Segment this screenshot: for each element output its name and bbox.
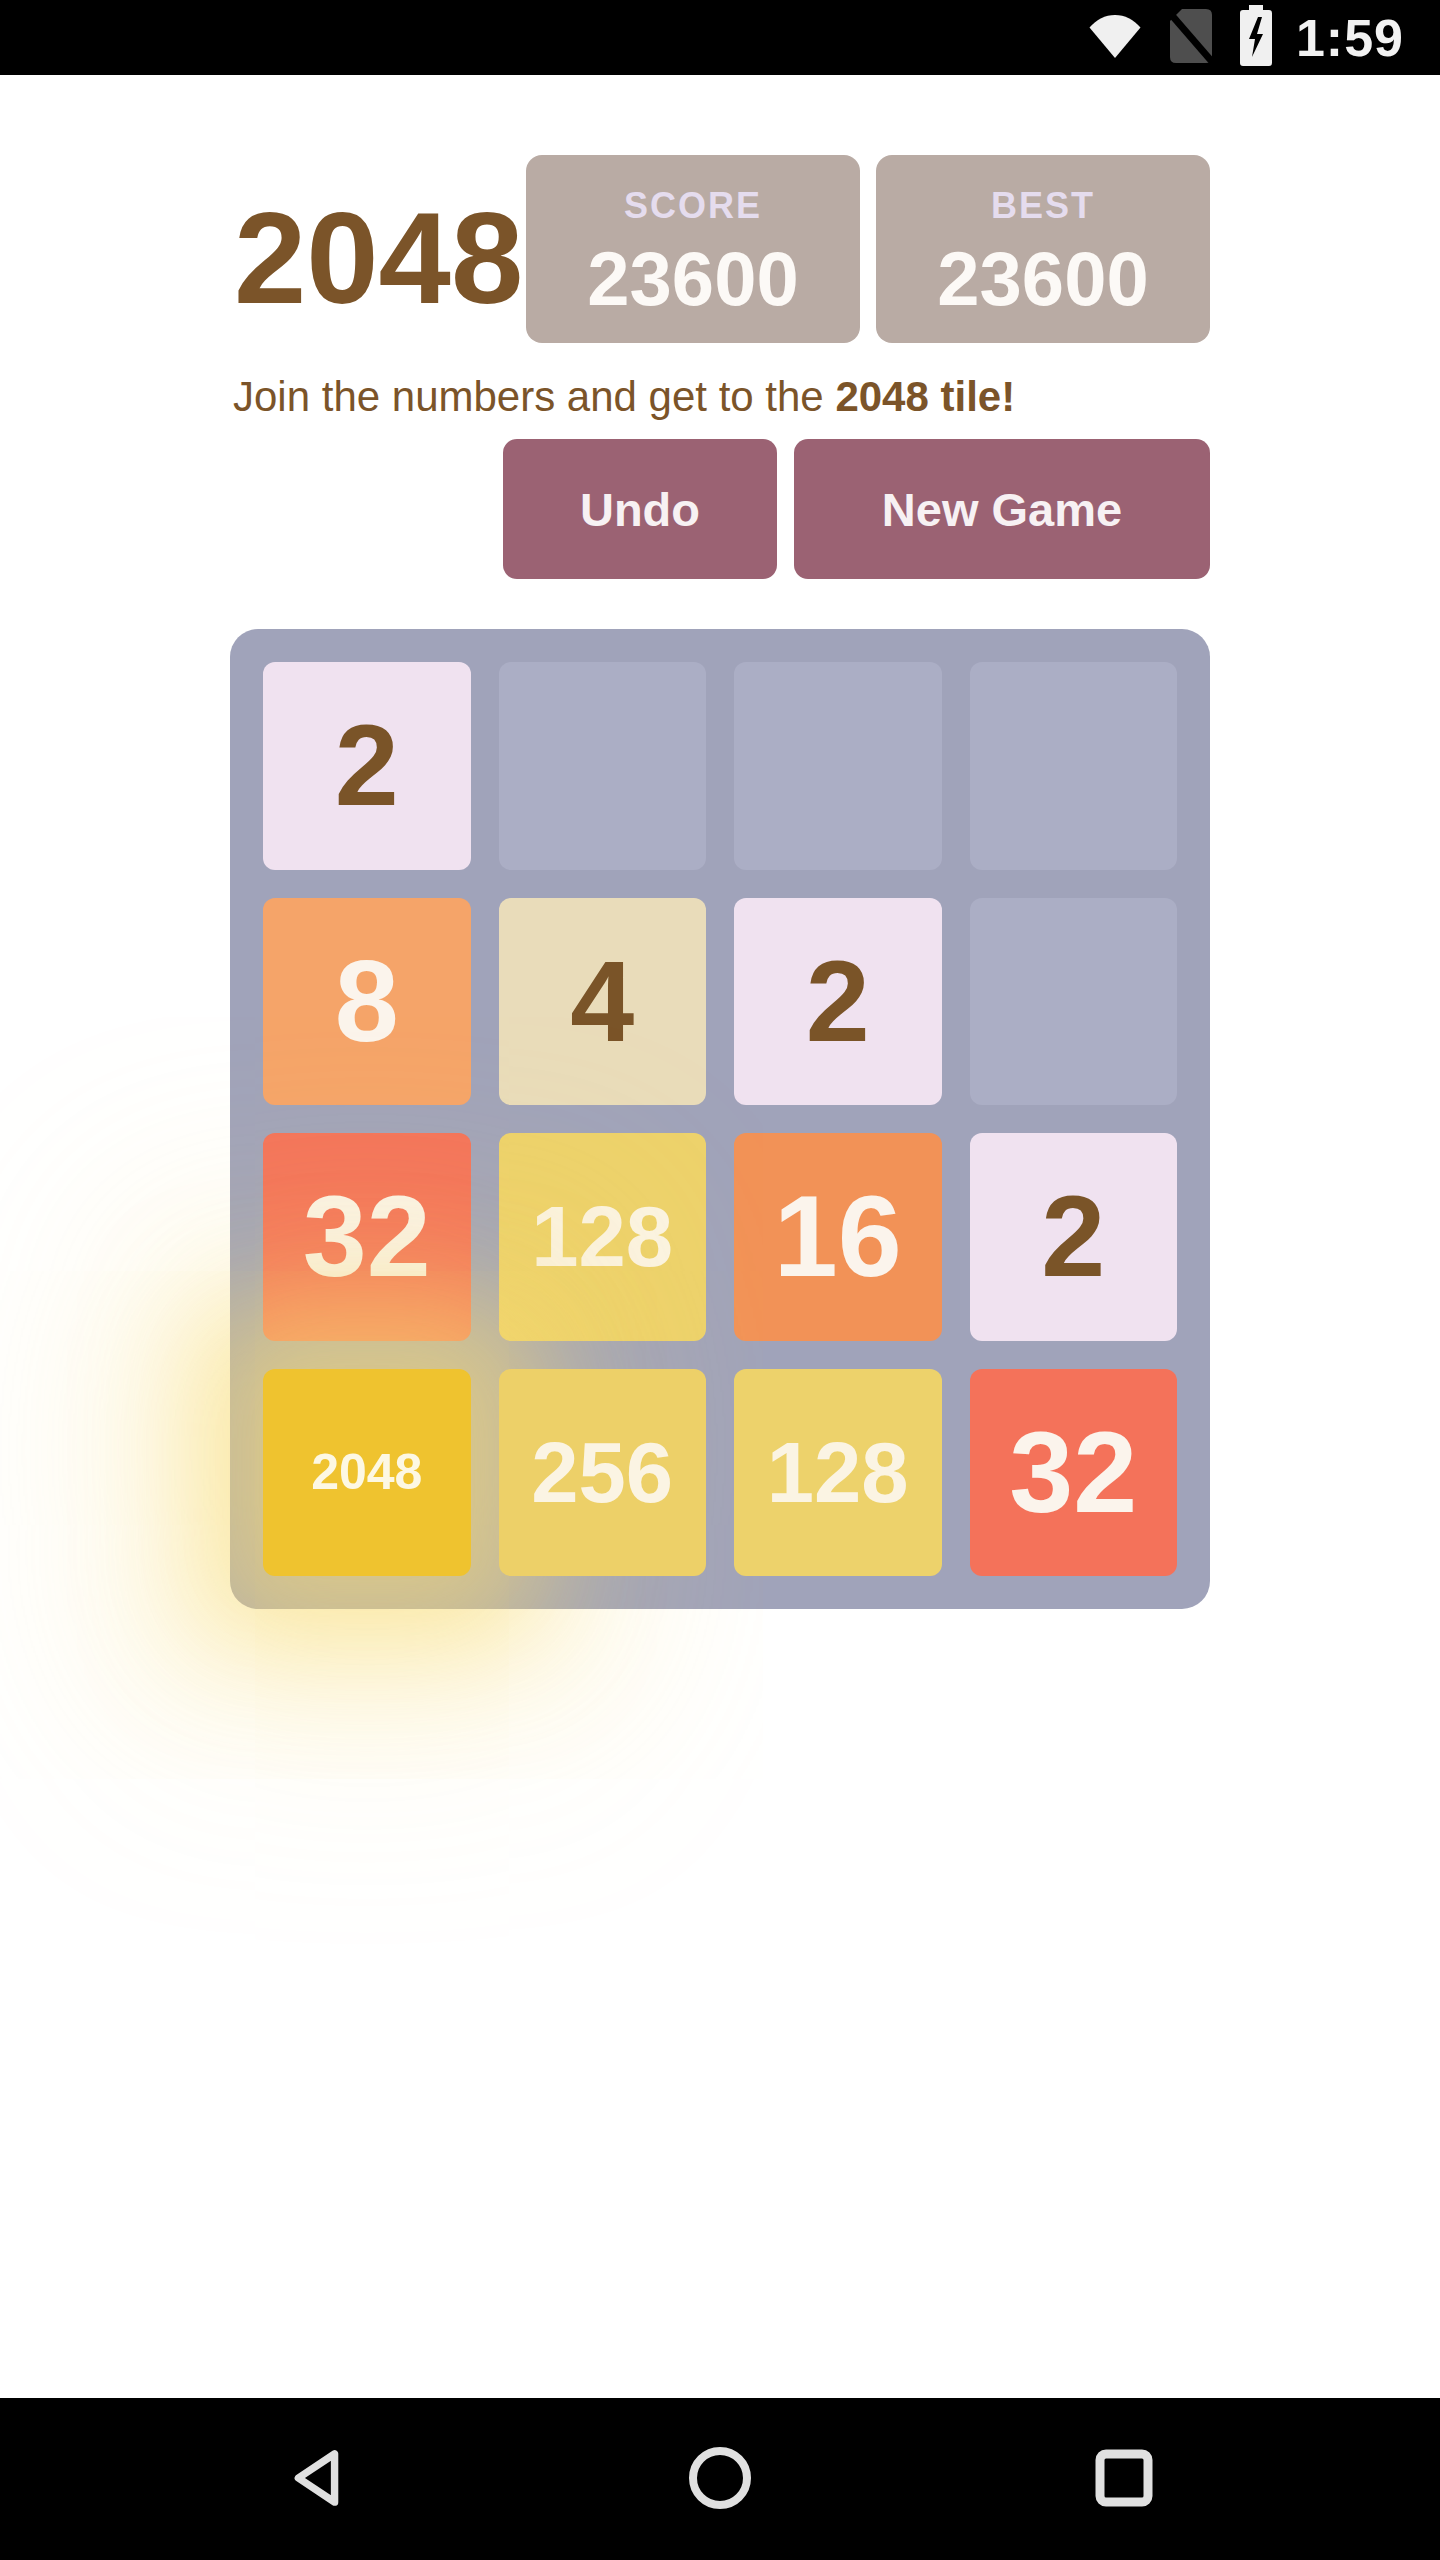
cell-r2c2: 4 bbox=[499, 898, 707, 1106]
cell-r3c3: 16 bbox=[734, 1133, 942, 1341]
clock-time: 1:59 bbox=[1296, 8, 1404, 68]
score-label: SCORE bbox=[624, 185, 762, 227]
best-value: 23600 bbox=[937, 235, 1148, 322]
cell-r4c3: 128 bbox=[734, 1369, 942, 1577]
cell-r2c4 bbox=[970, 898, 1178, 1106]
cell-r4c1: 2048 bbox=[263, 1369, 471, 1577]
phone-screen: 1:59 2048 SCORE 23600 BEST 23600 Join th… bbox=[0, 0, 1440, 2560]
page-title: 2048 bbox=[230, 155, 526, 323]
cell-r4c2: 256 bbox=[499, 1369, 707, 1577]
cell-r3c1: 32 bbox=[263, 1133, 471, 1341]
cell-r3c4: 2 bbox=[970, 1133, 1178, 1341]
home-icon bbox=[687, 2445, 753, 2514]
subtitle: Join the numbers and get to the 2048 til… bbox=[230, 373, 1210, 421]
cell-r3c2: 128 bbox=[499, 1133, 707, 1341]
recents-icon bbox=[1094, 2448, 1154, 2511]
cell-r1c1: 2 bbox=[263, 662, 471, 870]
new-game-button[interactable]: New Game bbox=[794, 439, 1210, 579]
score-box: SCORE 23600 bbox=[526, 155, 860, 343]
best-label: BEST bbox=[991, 185, 1095, 227]
cell-r1c2 bbox=[499, 662, 707, 870]
back-icon bbox=[290, 2446, 342, 2513]
cell-r1c3 bbox=[734, 662, 942, 870]
subtitle-text: Join the numbers and get to the bbox=[233, 373, 835, 420]
score-value: 23600 bbox=[587, 235, 798, 322]
cell-r2c3: 2 bbox=[734, 898, 942, 1106]
wifi-icon bbox=[1086, 12, 1144, 64]
back-button[interactable] bbox=[276, 2443, 356, 2515]
controls: Undo New Game bbox=[230, 439, 1210, 579]
home-button[interactable] bbox=[680, 2443, 760, 2515]
undo-button[interactable]: Undo bbox=[503, 439, 777, 579]
game-board[interactable]: 2 8 4 2 32 128 16 2 2048 256 128 32 bbox=[230, 629, 1210, 1609]
recents-button[interactable] bbox=[1084, 2443, 1164, 2515]
cell-r2c1: 8 bbox=[263, 898, 471, 1106]
android-nav-bar bbox=[0, 2398, 1440, 2560]
header: 2048 SCORE 23600 BEST 23600 bbox=[230, 155, 1210, 343]
best-box: BEST 23600 bbox=[876, 155, 1210, 343]
status-bar: 1:59 bbox=[0, 0, 1440, 75]
no-sim-icon bbox=[1166, 5, 1216, 71]
subtitle-goal: 2048 tile! bbox=[835, 373, 1015, 420]
battery-charging-icon bbox=[1238, 5, 1274, 71]
cell-r1c4 bbox=[970, 662, 1178, 870]
app-content: 2048 SCORE 23600 BEST 23600 Join the num… bbox=[230, 155, 1210, 1609]
cell-r4c4: 32 bbox=[970, 1369, 1178, 1577]
